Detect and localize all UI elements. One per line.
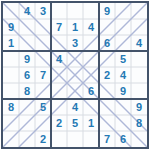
cell-r3c1[interactable]: 1 bbox=[3, 35, 19, 51]
cell-r7c3[interactable]: 5 bbox=[35, 99, 51, 115]
cell-r9c8[interactable]: 6 bbox=[115, 131, 131, 147]
cell-r8c8[interactable] bbox=[115, 115, 131, 131]
cell-r9c7[interactable]: 7 bbox=[99, 131, 115, 147]
cell-r8c9[interactable]: 8 bbox=[131, 115, 147, 131]
cells-grid: 43997141364945672486985492518276 bbox=[3, 3, 147, 147]
cell-r1c5[interactable] bbox=[67, 3, 83, 19]
cell-r5c5[interactable] bbox=[67, 67, 83, 83]
cell-r8c7[interactable] bbox=[99, 115, 115, 131]
cell-r7c8[interactable] bbox=[115, 99, 131, 115]
cell-r9c4[interactable] bbox=[51, 131, 67, 147]
cell-r5c2[interactable]: 6 bbox=[19, 67, 35, 83]
cell-r8c3[interactable] bbox=[35, 115, 51, 131]
cell-r4c2[interactable]: 9 bbox=[19, 51, 35, 67]
cell-r6c6[interactable]: 6 bbox=[83, 83, 99, 99]
cell-r4c1[interactable] bbox=[3, 51, 19, 67]
cell-r6c8[interactable]: 9 bbox=[115, 83, 131, 99]
page: 43997141364945672486985492518276 bbox=[0, 0, 150, 150]
cell-r2c8[interactable] bbox=[115, 19, 131, 35]
cell-r5c7[interactable]: 2 bbox=[99, 67, 115, 83]
cell-r4c7[interactable] bbox=[99, 51, 115, 67]
cell-r1c7[interactable]: 9 bbox=[99, 3, 115, 19]
cell-r3c4[interactable] bbox=[51, 35, 67, 51]
cell-r7c2[interactable] bbox=[19, 99, 35, 115]
cell-r2c3[interactable] bbox=[35, 19, 51, 35]
cell-r3c9[interactable]: 4 bbox=[131, 35, 147, 51]
cell-r8c4[interactable]: 2 bbox=[51, 115, 67, 131]
cell-r3c8[interactable] bbox=[115, 35, 131, 51]
cell-r9c6[interactable] bbox=[83, 131, 99, 147]
cell-r5c1[interactable] bbox=[3, 67, 19, 83]
cell-r9c3[interactable]: 2 bbox=[35, 131, 51, 147]
cell-r2c5[interactable]: 1 bbox=[67, 19, 83, 35]
cell-r3c5[interactable]: 3 bbox=[67, 35, 83, 51]
cell-r4c4[interactable]: 4 bbox=[51, 51, 67, 67]
cell-r1c9[interactable] bbox=[131, 3, 147, 19]
cell-r6c9[interactable] bbox=[131, 83, 147, 99]
cell-r7c9[interactable]: 9 bbox=[131, 99, 147, 115]
cell-r6c2[interactable]: 8 bbox=[19, 83, 35, 99]
cell-r4c9[interactable] bbox=[131, 51, 147, 67]
cell-r1c8[interactable] bbox=[115, 3, 131, 19]
cell-r3c3[interactable] bbox=[35, 35, 51, 51]
cell-r2c6[interactable]: 4 bbox=[83, 19, 99, 35]
cell-r7c5[interactable]: 4 bbox=[67, 99, 83, 115]
cell-r6c4[interactable] bbox=[51, 83, 67, 99]
cell-r9c1[interactable] bbox=[3, 131, 19, 147]
cell-r7c1[interactable]: 8 bbox=[3, 99, 19, 115]
cell-r7c4[interactable] bbox=[51, 99, 67, 115]
cell-r6c3[interactable] bbox=[35, 83, 51, 99]
cell-r3c2[interactable] bbox=[19, 35, 35, 51]
cell-r2c1[interactable]: 9 bbox=[3, 19, 19, 35]
cell-r4c8[interactable]: 5 bbox=[115, 51, 131, 67]
cell-r1c3[interactable]: 3 bbox=[35, 3, 51, 19]
cell-r7c7[interactable] bbox=[99, 99, 115, 115]
cell-r5c3[interactable]: 7 bbox=[35, 67, 51, 83]
cell-r8c2[interactable] bbox=[19, 115, 35, 131]
cell-r4c3[interactable] bbox=[35, 51, 51, 67]
cell-r8c1[interactable] bbox=[3, 115, 19, 131]
cell-r6c5[interactable] bbox=[67, 83, 83, 99]
cell-r1c1[interactable] bbox=[3, 3, 19, 19]
cell-r8c6[interactable]: 1 bbox=[83, 115, 99, 131]
cell-r5c9[interactable] bbox=[131, 67, 147, 83]
cell-r5c8[interactable]: 4 bbox=[115, 67, 131, 83]
cell-r9c2[interactable] bbox=[19, 131, 35, 147]
cell-r2c4[interactable]: 7 bbox=[51, 19, 67, 35]
cell-r6c1[interactable] bbox=[3, 83, 19, 99]
cell-r2c7[interactable] bbox=[99, 19, 115, 35]
cell-r4c6[interactable] bbox=[83, 51, 99, 67]
cell-r9c9[interactable] bbox=[131, 131, 147, 147]
cell-r3c6[interactable] bbox=[83, 35, 99, 51]
cell-r5c4[interactable] bbox=[51, 67, 67, 83]
cell-r1c6[interactable] bbox=[83, 3, 99, 19]
cell-r6c7[interactable] bbox=[99, 83, 115, 99]
cell-r4c5[interactable] bbox=[67, 51, 83, 67]
cell-r1c2[interactable]: 4 bbox=[19, 3, 35, 19]
cell-r5c6[interactable] bbox=[83, 67, 99, 83]
cell-r8c5[interactable]: 5 bbox=[67, 115, 83, 131]
cell-r1c4[interactable] bbox=[51, 3, 67, 19]
cell-r3c7[interactable]: 6 bbox=[99, 35, 115, 51]
sudoku-board: 43997141364945672486985492518276 bbox=[1, 1, 149, 149]
cell-r2c2[interactable] bbox=[19, 19, 35, 35]
cell-r2c9[interactable] bbox=[131, 19, 147, 35]
cell-r7c6[interactable] bbox=[83, 99, 99, 115]
cell-r9c5[interactable] bbox=[67, 131, 83, 147]
